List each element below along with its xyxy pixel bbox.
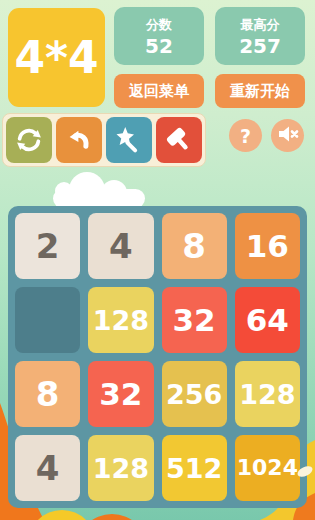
best-score-value: 257 (239, 36, 281, 56)
magic-wand-button[interactable] (106, 117, 152, 163)
tile-128: 128 (88, 435, 153, 501)
cell-empty (15, 287, 80, 353)
tile-4: 4 (15, 435, 80, 501)
tools-panel (2, 113, 206, 167)
refresh-button[interactable] (6, 117, 52, 163)
tile-32: 32 (162, 287, 227, 353)
score-label: 分数 (146, 16, 172, 34)
question-icon: ? (240, 125, 251, 147)
score-value: 52 (145, 36, 173, 56)
restart-button[interactable]: 重新开始 (215, 74, 305, 108)
tile-4: 4 (88, 213, 153, 279)
tile-64: 64 (235, 287, 300, 353)
tile-128: 128 (88, 287, 153, 353)
game-screen: 4*4 分数 52 最高分 257 返回菜单 重新开始 (0, 0, 315, 520)
best-score-box: 最高分 257 (215, 7, 305, 65)
board[interactable]: 24816128326483225612841285121024 (8, 206, 307, 508)
tile-1024: 1024 (235, 435, 300, 501)
tile-8: 8 (15, 361, 80, 427)
hammer-button[interactable] (156, 117, 202, 163)
tile-8: 8 (162, 213, 227, 279)
undo-icon (64, 125, 94, 155)
menu-button[interactable]: 返回菜单 (114, 74, 204, 108)
best-score-label: 最高分 (241, 16, 280, 34)
tile-16: 16 (235, 213, 300, 279)
undo-button[interactable] (56, 117, 102, 163)
tile-256: 256 (162, 361, 227, 427)
mute-button[interactable] (271, 119, 304, 152)
tile-32: 32 (88, 361, 153, 427)
muted-speaker-icon (276, 122, 300, 150)
tile-512: 512 (162, 435, 227, 501)
magic-wand-icon (114, 125, 144, 155)
hammer-icon (164, 125, 194, 155)
refresh-icon (14, 125, 44, 155)
mode-badge: 4*4 (8, 8, 105, 107)
tile-128: 128 (235, 361, 300, 427)
help-button[interactable]: ? (229, 119, 262, 152)
score-box: 分数 52 (114, 7, 204, 65)
tile-2: 2 (15, 213, 80, 279)
